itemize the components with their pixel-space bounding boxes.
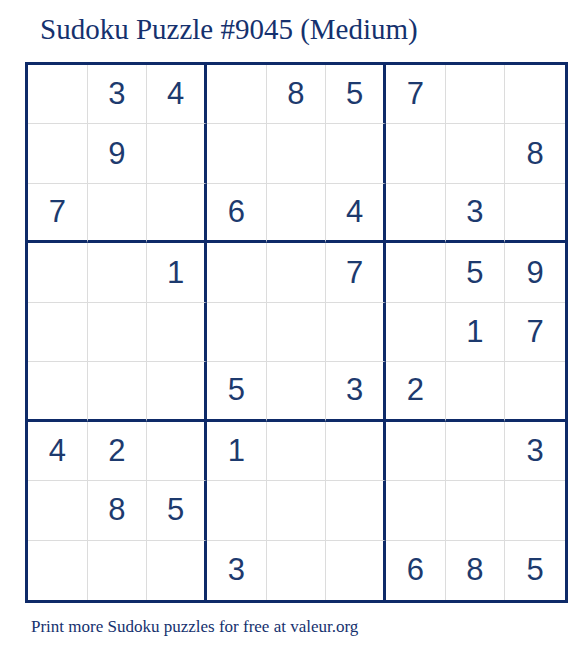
sudoku-cell-r3c5[interactable] [267,184,327,243]
sudoku-cell-r1c4[interactable] [207,65,267,124]
sudoku-cell-r2c5[interactable] [267,124,327,183]
sudoku-cell-r1c2[interactable]: 3 [88,65,148,124]
sudoku-cell-r8c1[interactable] [28,481,88,540]
sudoku-cell-r4c5[interactable] [267,243,327,302]
sudoku-cell-r1c9[interactable] [505,65,565,124]
sudoku-cell-r7c5[interactable] [267,422,327,481]
sudoku-cell-r6c6[interactable]: 3 [326,362,386,421]
sudoku-cell-r2c9[interactable]: 8 [505,124,565,183]
sudoku-cell-r4c9[interactable]: 9 [505,243,565,302]
sudoku-cell-r8c4[interactable] [207,481,267,540]
sudoku-cell-r5c4[interactable] [207,303,267,362]
sudoku-cell-r7c4[interactable]: 1 [207,422,267,481]
sudoku-cell-r8c6[interactable] [326,481,386,540]
sudoku-cell-r8c3[interactable]: 5 [147,481,207,540]
sudoku-cell-r9c8[interactable]: 8 [446,541,506,600]
sudoku-cell-r8c9[interactable] [505,481,565,540]
sudoku-cell-r3c4[interactable]: 6 [207,184,267,243]
sudoku-cell-r8c5[interactable] [267,481,327,540]
sudoku-cell-r7c9[interactable]: 3 [505,422,565,481]
sudoku-cell-r3c6[interactable]: 4 [326,184,386,243]
sudoku-cell-r4c7[interactable] [386,243,446,302]
sudoku-cell-r3c3[interactable] [147,184,207,243]
sudoku-page: Sudoku Puzzle #9045 (Medium) 34857987643… [0,0,574,651]
sudoku-cell-r9c5[interactable] [267,541,327,600]
sudoku-cell-r5c9[interactable]: 7 [505,303,565,362]
sudoku-cell-r5c6[interactable] [326,303,386,362]
sudoku-cell-r8c7[interactable] [386,481,446,540]
sudoku-cell-r5c8[interactable]: 1 [446,303,506,362]
sudoku-cell-r9c2[interactable] [88,541,148,600]
sudoku-cell-r8c8[interactable] [446,481,506,540]
sudoku-cell-r2c6[interactable] [326,124,386,183]
sudoku-cell-r2c4[interactable] [207,124,267,183]
sudoku-cell-r4c6[interactable]: 7 [326,243,386,302]
sudoku-grid: 348579876431759175324213853685 [25,62,568,603]
sudoku-cell-r8c2[interactable]: 8 [88,481,148,540]
sudoku-cell-r1c1[interactable] [28,65,88,124]
sudoku-cell-r3c7[interactable] [386,184,446,243]
sudoku-cell-r6c9[interactable] [505,362,565,421]
sudoku-cell-r4c1[interactable] [28,243,88,302]
sudoku-cell-r7c3[interactable] [147,422,207,481]
sudoku-cell-r2c2[interactable]: 9 [88,124,148,183]
sudoku-cell-r9c6[interactable] [326,541,386,600]
puzzle-title: Sudoku Puzzle #9045 (Medium) [40,13,418,46]
sudoku-cell-r4c3[interactable]: 1 [147,243,207,302]
sudoku-cell-r5c5[interactable] [267,303,327,362]
sudoku-cell-r2c7[interactable] [386,124,446,183]
sudoku-cell-r9c9[interactable]: 5 [505,541,565,600]
sudoku-cell-r6c4[interactable]: 5 [207,362,267,421]
sudoku-cell-r9c4[interactable]: 3 [207,541,267,600]
sudoku-cell-r7c7[interactable] [386,422,446,481]
sudoku-cell-r4c4[interactable] [207,243,267,302]
sudoku-cell-r3c8[interactable]: 3 [446,184,506,243]
sudoku-cell-r4c8[interactable]: 5 [446,243,506,302]
sudoku-cell-r7c6[interactable] [326,422,386,481]
sudoku-cell-r6c3[interactable] [147,362,207,421]
sudoku-cell-r7c1[interactable]: 4 [28,422,88,481]
sudoku-cell-r4c2[interactable] [88,243,148,302]
sudoku-cell-r6c8[interactable] [446,362,506,421]
sudoku-cell-r1c6[interactable]: 5 [326,65,386,124]
sudoku-cell-r5c3[interactable] [147,303,207,362]
sudoku-cell-r5c2[interactable] [88,303,148,362]
sudoku-cell-r6c5[interactable] [267,362,327,421]
sudoku-cell-r6c2[interactable] [88,362,148,421]
sudoku-cell-r9c3[interactable] [147,541,207,600]
sudoku-cell-r5c7[interactable] [386,303,446,362]
sudoku-cell-r1c3[interactable]: 4 [147,65,207,124]
sudoku-cell-r1c5[interactable]: 8 [267,65,327,124]
sudoku-cell-r3c9[interactable] [505,184,565,243]
sudoku-cell-r1c8[interactable] [446,65,506,124]
sudoku-cell-r7c8[interactable] [446,422,506,481]
footer-note: Print more Sudoku puzzles for free at va… [31,617,358,637]
sudoku-cell-r5c1[interactable] [28,303,88,362]
sudoku-cell-r3c2[interactable] [88,184,148,243]
sudoku-cell-r6c7[interactable]: 2 [386,362,446,421]
sudoku-cell-r2c8[interactable] [446,124,506,183]
sudoku-cell-r1c7[interactable]: 7 [386,65,446,124]
sudoku-cell-r2c3[interactable] [147,124,207,183]
sudoku-cell-r6c1[interactable] [28,362,88,421]
sudoku-cell-r7c2[interactable]: 2 [88,422,148,481]
sudoku-cell-r3c1[interactable]: 7 [28,184,88,243]
sudoku-cell-r9c7[interactable]: 6 [386,541,446,600]
sudoku-cell-r9c1[interactable] [28,541,88,600]
sudoku-cell-r2c1[interactable] [28,124,88,183]
